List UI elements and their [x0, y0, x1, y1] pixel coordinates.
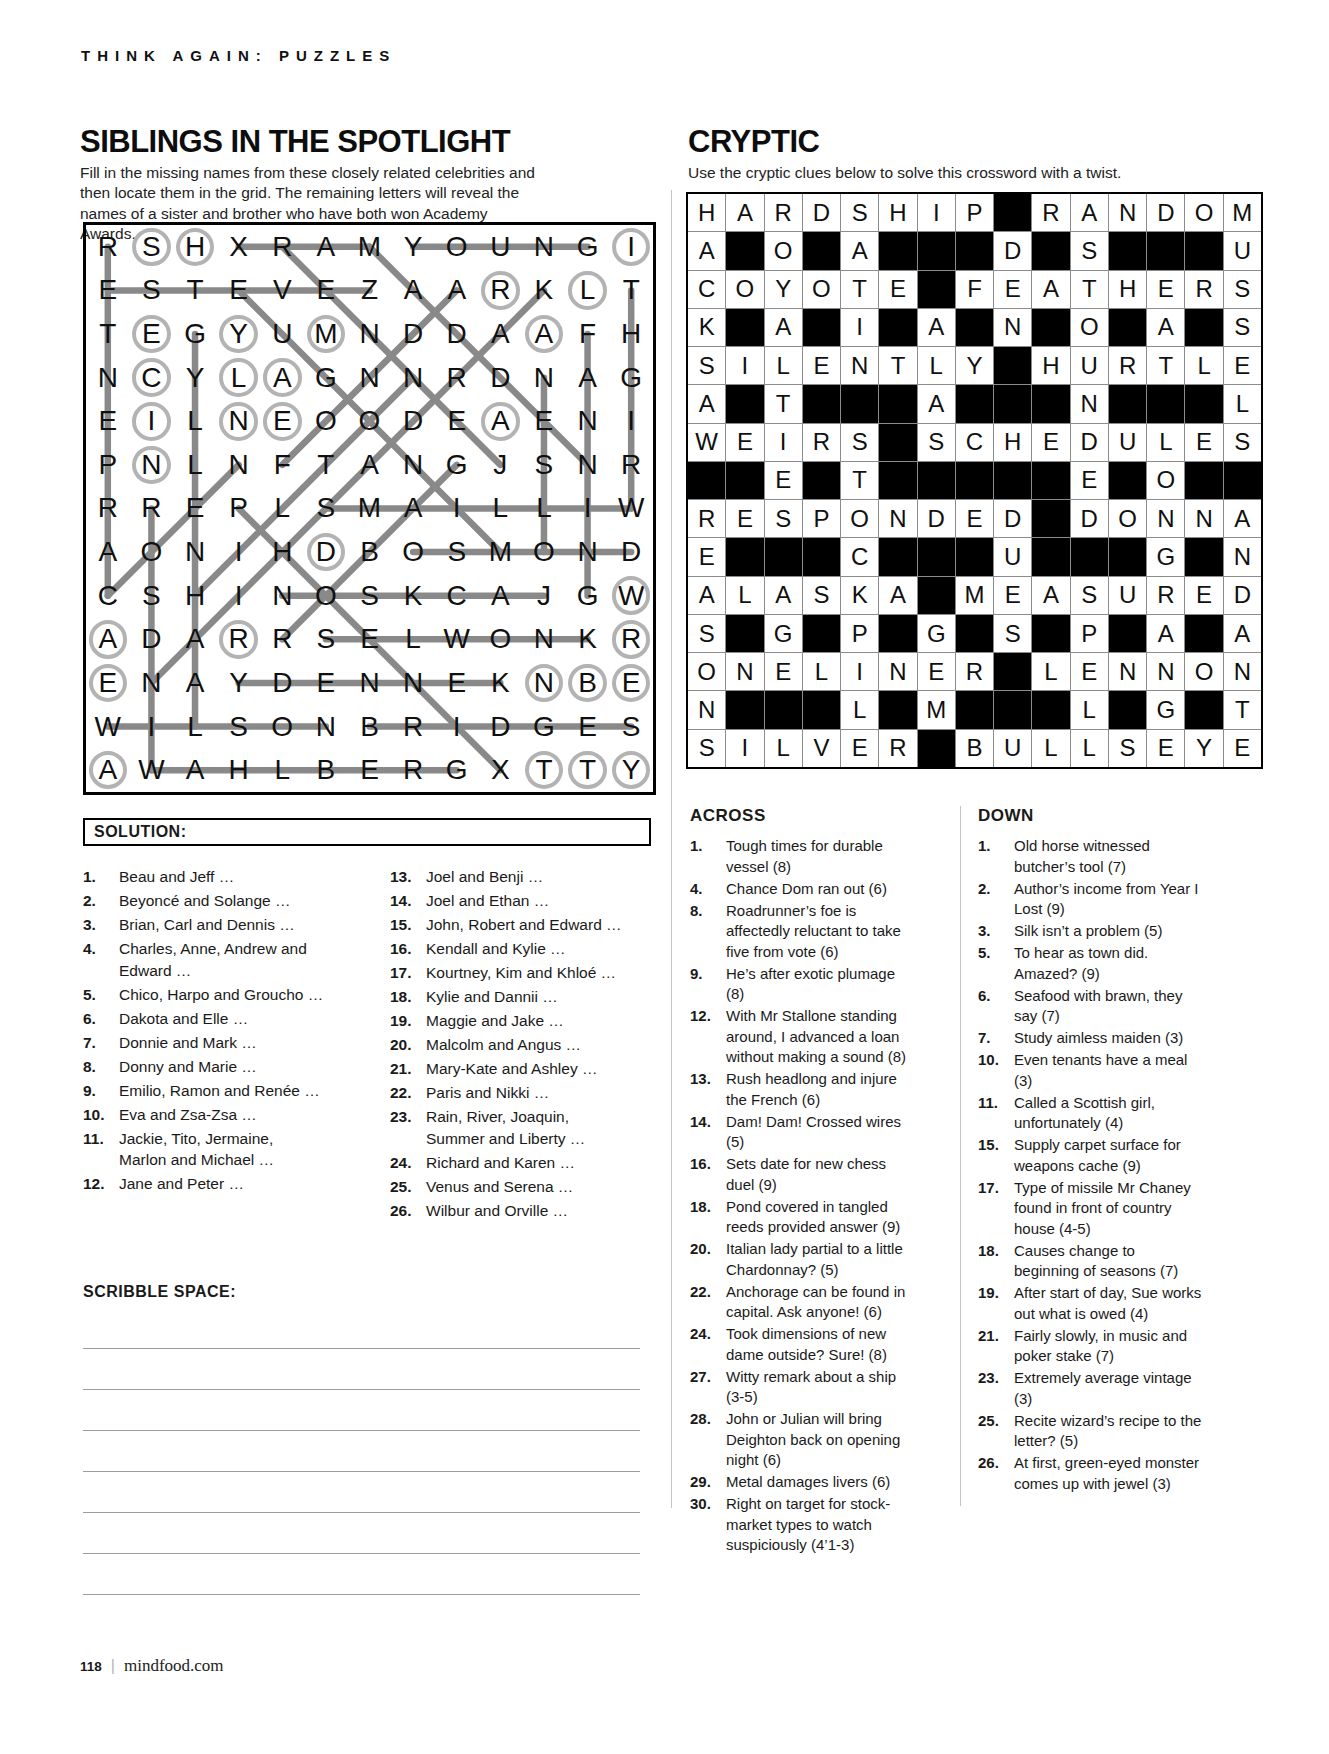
- clue-number: 2.: [978, 879, 1014, 920]
- crossword-letter-cell: A: [841, 232, 878, 269]
- page-footer: 118 | mindfood.com: [80, 1656, 224, 1676]
- wordsearch-cell: I: [435, 487, 479, 531]
- clue-text: Kourtney, Kim and Khloé …: [426, 962, 616, 984]
- crossword-black-cell: [803, 615, 840, 652]
- wordsearch-cell: I: [217, 530, 261, 574]
- crossword-letter-cell: O: [688, 653, 725, 690]
- crossword-letter-cell: E: [803, 347, 840, 384]
- wordsearch-cell: O: [522, 530, 566, 574]
- crossword-letter-cell: R: [956, 653, 993, 690]
- crossword-black-cell: [803, 462, 840, 499]
- clue-number: 5.: [83, 984, 119, 1006]
- crossword-letter-cell: I: [726, 730, 763, 767]
- clue-item: 1.Beau and Jeff …: [83, 866, 383, 888]
- clue-text: After start of day, Sue works out what i…: [1014, 1283, 1204, 1324]
- wordsearch-cell-circled: Y: [609, 748, 653, 792]
- crossword-letter-cell: T: [765, 385, 802, 422]
- clue-item: 11.Called a Scottish girl, unfortunately…: [978, 1093, 1223, 1134]
- column-divider: [671, 190, 672, 1508]
- wordsearch-cell: C: [86, 574, 130, 618]
- crossword-letter-cell: L: [765, 347, 802, 384]
- crossword-black-cell: [956, 462, 993, 499]
- clue-number: 6.: [83, 1008, 119, 1030]
- wordsearch-cell: G: [304, 356, 348, 400]
- clue-text: Anchorage can be found in capital. Ask a…: [726, 1282, 916, 1323]
- clue-text: Seafood with brawn, they say (7): [1014, 986, 1204, 1027]
- wordsearch-cell: N: [260, 574, 304, 618]
- crossword-letter-cell: R: [879, 730, 916, 767]
- clue-text: Type of missile Mr Chaney found in front…: [1014, 1178, 1204, 1240]
- crossword-letter-cell: E: [879, 271, 916, 308]
- wordsearch-cell: L: [260, 487, 304, 531]
- wordsearch-cell: H: [173, 574, 217, 618]
- clue-item: 14.Joel and Ethan …: [390, 890, 652, 912]
- crossword-letter-cell: G: [1147, 538, 1184, 575]
- clue-item: 18.Causes change to beginning of seasons…: [978, 1241, 1223, 1282]
- wordsearch-cell: O: [130, 530, 174, 574]
- clue-item: 2.Beyoncé and Solange …: [83, 890, 383, 912]
- crossword-black-cell: [1109, 385, 1146, 422]
- clue-text: Donnie and Mark …: [119, 1032, 257, 1054]
- wordsearch-cell: N: [391, 443, 435, 487]
- solution-box: SOLUTION:: [83, 818, 651, 846]
- crossword-letter-cell: G: [918, 615, 955, 652]
- crossword-letter-cell: R: [1147, 577, 1184, 614]
- clue-item: 3.Brian, Carl and Dennis …: [83, 914, 383, 936]
- crossword-black-cell: [879, 691, 916, 728]
- clue-number: 25.: [978, 1411, 1014, 1452]
- wordsearch-cell: V: [260, 269, 304, 313]
- crossword-black-cell: [1032, 385, 1069, 422]
- clue-text: Pond covered in tangled reeds provided a…: [726, 1197, 916, 1238]
- crossword-black-cell: [1185, 615, 1222, 652]
- wordsearch-cell: X: [479, 748, 523, 792]
- crossword-letter-cell: N: [994, 309, 1031, 346]
- wordsearch-cell: S: [348, 574, 392, 618]
- crossword-black-cell: [879, 424, 916, 461]
- clue-number: 4.: [83, 938, 119, 981]
- crossword-board: HARDSHIPRANDOMAOADSUCOYOTEFEATHERSKAIANO…: [686, 192, 1263, 769]
- wordsearch-cell: N: [217, 443, 261, 487]
- wordsearch-cell: N: [130, 661, 174, 705]
- across-clue-list: 1.Tough times for durable vessel (8)4.Ch…: [690, 836, 940, 1557]
- crossword-letter-cell: F: [956, 271, 993, 308]
- clue-item: 13.Joel and Benji …: [390, 866, 652, 888]
- crossword-letter-cell: A: [918, 385, 955, 422]
- crossword-black-cell: [803, 385, 840, 422]
- clue-text: Beyoncé and Solange …: [119, 890, 290, 912]
- wordsearch-cell: N: [522, 225, 566, 269]
- clue-number: 1.: [978, 836, 1014, 877]
- wordsearch-cell-circled: A: [479, 399, 523, 443]
- scribble-space-label: SCRIBBLE SPACE:: [83, 1283, 236, 1301]
- wordsearch-cell: A: [173, 661, 217, 705]
- wordsearch-cell: E: [566, 705, 610, 749]
- clue-number: 13.: [390, 866, 426, 888]
- crossword-black-cell: [688, 462, 725, 499]
- wordsearch-cell: P: [86, 443, 130, 487]
- wordsearch-cell: O: [479, 618, 523, 662]
- clue-text: Charles, Anne, Andrew and Edward …: [119, 938, 324, 981]
- crossword-letter-cell: S: [1224, 424, 1261, 461]
- wordsearch-cell-circled: R: [217, 618, 261, 662]
- crossword-letter-cell: A: [1071, 194, 1108, 231]
- wordsearch-clues-column-2: 13.Joel and Benji …14.Joel and Ethan …15…: [390, 866, 652, 1224]
- wordsearch-cell: N: [522, 618, 566, 662]
- crossword-letter-cell: C: [841, 538, 878, 575]
- clue-text: Extremely average vintage (3): [1014, 1368, 1204, 1409]
- clue-text: Italian lady partial to a little Chardon…: [726, 1239, 916, 1280]
- clue-item: 7.Study aimless maiden (3): [978, 1028, 1223, 1049]
- crossword-black-cell: [765, 538, 802, 575]
- scribble-line: [83, 1512, 640, 1513]
- wordsearch-cell-circled: W: [609, 574, 653, 618]
- wordsearch-cell: R: [86, 487, 130, 531]
- crossword-letter-cell: A: [1032, 271, 1069, 308]
- crossword-black-cell: [841, 385, 878, 422]
- crossword-letter-cell: N: [1185, 500, 1222, 537]
- crossword-black-cell: [1185, 691, 1222, 728]
- clue-text: Called a Scottish girl, unfortunately (4…: [1014, 1093, 1204, 1134]
- crossword-letter-cell: H: [688, 194, 725, 231]
- wordsearch-cell: I: [435, 705, 479, 749]
- crossword-black-cell: [1109, 691, 1146, 728]
- clue-number: 16.: [690, 1154, 726, 1195]
- wordsearch-cell: P: [217, 487, 261, 531]
- clue-item: 17.Kourtney, Kim and Khloé …: [390, 962, 652, 984]
- clue-number: 10.: [978, 1050, 1014, 1091]
- clue-item: 30.Right on target for stock-market type…: [690, 1494, 940, 1556]
- wordsearch-cell: X: [217, 225, 261, 269]
- wordsearch-board: RSHXRAMYOUNGIESTEVEZAARKLTTEGYUMNDDAAFHN…: [83, 222, 656, 795]
- crossword-letter-cell: E: [1147, 271, 1184, 308]
- scribble-line: [83, 1389, 640, 1390]
- clue-item: 10.Even tenants have a meal (3): [978, 1050, 1223, 1091]
- crossword-letter-cell: U: [994, 538, 1031, 575]
- crossword-letter-cell: S: [841, 194, 878, 231]
- wordsearch-cell: J: [522, 574, 566, 618]
- wordsearch-cell: D: [479, 356, 523, 400]
- clue-number: 11.: [83, 1128, 119, 1171]
- crossword-letter-cell: L: [1147, 424, 1184, 461]
- crossword-letter-cell: N: [1109, 653, 1146, 690]
- clue-item: 6.Dakota and Elle …: [83, 1008, 383, 1030]
- clue-item: 17.Type of missile Mr Chaney found in fr…: [978, 1178, 1223, 1240]
- wordsearch-cell: N: [566, 530, 610, 574]
- clue-number: 28.: [690, 1409, 726, 1471]
- clue-item: 5.To hear as town did. Amazed? (9): [978, 943, 1223, 984]
- crossword-black-cell: [1032, 232, 1069, 269]
- crossword-letter-cell: A: [918, 309, 955, 346]
- clue-number: 5.: [978, 943, 1014, 984]
- crossword-letter-cell: S: [765, 500, 802, 537]
- clue-item: 8.Donny and Marie …: [83, 1056, 383, 1078]
- clue-text: Joel and Benji …: [426, 866, 543, 888]
- crossword-black-cell: [994, 385, 1031, 422]
- wordsearch-cell: E: [304, 661, 348, 705]
- clue-number: 29.: [690, 1472, 726, 1493]
- wordsearch-cell: M: [479, 530, 523, 574]
- clue-text: To hear as town did. Amazed? (9): [1014, 943, 1204, 984]
- clue-number: 9.: [690, 964, 726, 1005]
- clue-number: 26.: [390, 1200, 426, 1222]
- clue-item: 16.Kendall and Kylie …: [390, 938, 652, 960]
- crossword-black-cell: [1185, 462, 1222, 499]
- clue-text: Wilbur and Orville …: [426, 1200, 568, 1222]
- wordsearch-cell: E: [522, 399, 566, 443]
- clue-number: 25.: [390, 1176, 426, 1198]
- wordsearch-cell: N: [566, 399, 610, 443]
- wordsearch-cell: L: [173, 399, 217, 443]
- crossword-black-cell: [765, 691, 802, 728]
- crossword-black-cell: [994, 691, 1031, 728]
- crossword-letter-cell: L: [765, 730, 802, 767]
- clue-item: 12.Jane and Peter …: [83, 1173, 383, 1195]
- wordsearch-cell: E: [348, 748, 392, 792]
- clue-number: 12.: [690, 1006, 726, 1068]
- crossword-black-cell: [956, 615, 993, 652]
- clue-number: 23.: [978, 1368, 1014, 1409]
- crossword-letter-cell: D: [1224, 577, 1261, 614]
- wordsearch-cell: C: [435, 574, 479, 618]
- crossword-black-cell: [956, 691, 993, 728]
- clue-text: Witty remark about a ship (3-5): [726, 1367, 916, 1408]
- wordsearch-cell: T: [173, 269, 217, 313]
- crossword-letter-cell: Y: [1185, 730, 1222, 767]
- wordsearch-cell: E: [304, 269, 348, 313]
- wordsearch-cell: L: [522, 487, 566, 531]
- crossword-black-cell: [726, 615, 763, 652]
- crossword-letter-cell: E: [1032, 424, 1069, 461]
- wordsearch-cell: G: [173, 312, 217, 356]
- wordsearch-cell: N: [173, 530, 217, 574]
- crossword-letter-cell: H: [1032, 347, 1069, 384]
- wordsearch-cell: E: [173, 487, 217, 531]
- wordsearch-cell-circled: A: [260, 356, 304, 400]
- wordsearch-cell: N: [391, 661, 435, 705]
- crossword-letter-cell: D: [1071, 500, 1108, 537]
- crossword-black-cell: [994, 194, 1031, 231]
- wordsearch-cell-circled: H: [173, 225, 217, 269]
- wordsearch-cell: O: [304, 574, 348, 618]
- crossword-letter-cell: N: [841, 347, 878, 384]
- crossword-letter-cell: P: [956, 194, 993, 231]
- clue-number: 4.: [690, 879, 726, 900]
- wordsearch-cell-circled: M: [304, 312, 348, 356]
- crossword-black-cell: [1109, 538, 1146, 575]
- crossword-letter-cell: S: [688, 347, 725, 384]
- footer-divider: |: [111, 1657, 115, 1675]
- wordsearch-cell: B: [304, 748, 348, 792]
- crossword-letter-cell: A: [765, 577, 802, 614]
- crossword-letter-cell: I: [841, 653, 878, 690]
- wordsearch-cell: D: [609, 530, 653, 574]
- wordsearch-cell-circled: R: [609, 618, 653, 662]
- crossword-letter-cell: O: [1147, 462, 1184, 499]
- crossword-letter-cell: A: [765, 309, 802, 346]
- crossword-letter-cell: U: [1109, 577, 1146, 614]
- crossword-letter-cell: E: [1071, 653, 1108, 690]
- wordsearch-cell: A: [86, 530, 130, 574]
- crossword-letter-cell: N: [726, 653, 763, 690]
- clue-item: 25.Venus and Serena …: [390, 1176, 652, 1198]
- wordsearch-cell-circled: A: [522, 312, 566, 356]
- wordsearch-cell: D: [479, 705, 523, 749]
- clue-item: 26.At first, green-eyed monster comes up…: [978, 1453, 1223, 1494]
- wordsearch-cell-circled: B: [566, 661, 610, 705]
- clue-item: 20.Malcolm and Angus …: [390, 1034, 652, 1056]
- crossword-black-cell: [956, 538, 993, 575]
- crossword-letter-cell: U: [1224, 232, 1261, 269]
- crossword-black-cell: [918, 462, 955, 499]
- crossword-black-cell: [1032, 462, 1069, 499]
- crossword-letter-cell: D: [1071, 424, 1108, 461]
- crossword-title: CRYPTIC: [688, 124, 819, 160]
- wordsearch-grid: RSHXRAMYOUNGIESTEVEZAARKLTTEGYUMNDDAAFHN…: [86, 225, 653, 792]
- crossword-black-cell: [1185, 385, 1222, 422]
- page-kicker: THINK AGAIN: PUZZLES: [81, 47, 396, 64]
- clue-number: 24.: [690, 1324, 726, 1365]
- clue-item: 22.Paris and Nikki …: [390, 1082, 652, 1104]
- wordsearch-cell: U: [479, 225, 523, 269]
- wordsearch-cell: D: [435, 312, 479, 356]
- wordsearch-cell: O: [435, 225, 479, 269]
- crossword-letter-cell: A: [1147, 615, 1184, 652]
- crossword-letter-cell: L: [1224, 385, 1261, 422]
- wordsearch-cell: N: [348, 356, 392, 400]
- wordsearch-cell: A: [348, 443, 392, 487]
- wordsearch-cell: A: [479, 312, 523, 356]
- wordsearch-cell: H: [217, 748, 261, 792]
- wordsearch-cell: L: [479, 487, 523, 531]
- crossword-black-cell: [1109, 232, 1146, 269]
- wordsearch-cell: E: [86, 399, 130, 443]
- clue-text: Brian, Carl and Dennis …: [119, 914, 295, 936]
- clue-text: Author’s income from Year I Lost (9): [1014, 879, 1204, 920]
- crossword-letter-cell: N: [1109, 194, 1146, 231]
- clue-text: Malcolm and Angus …: [426, 1034, 581, 1056]
- crossword-letter-cell: T: [879, 347, 916, 384]
- crossword-letter-cell: Y: [956, 347, 993, 384]
- clue-text: Maggie and Jake …: [426, 1010, 564, 1032]
- crossword-letter-cell: N: [688, 691, 725, 728]
- crossword-black-cell: [879, 309, 916, 346]
- clue-item: 19.Maggie and Jake …: [390, 1010, 652, 1032]
- page-number: 118: [80, 1659, 102, 1674]
- crossword-black-cell: [1071, 538, 1108, 575]
- clue-number: 14.: [690, 1112, 726, 1153]
- clue-number: 21.: [978, 1326, 1014, 1367]
- crossword-black-cell: [956, 232, 993, 269]
- clue-item: 3.Silk isn’t a problem (5): [978, 921, 1223, 942]
- crossword-black-cell: [956, 385, 993, 422]
- crossword-letter-cell: S: [688, 615, 725, 652]
- scribble-line: [83, 1553, 640, 1554]
- wordsearch-cell: I: [609, 399, 653, 443]
- crossword-letter-cell: D: [994, 500, 1031, 537]
- clue-text: Tough times for durable vessel (8): [726, 836, 916, 877]
- crossword-letter-cell: L: [918, 347, 955, 384]
- clue-number: 1.: [83, 866, 119, 888]
- clue-item: 4.Chance Dom ran out (6): [690, 879, 940, 900]
- crossword-letter-cell: K: [841, 577, 878, 614]
- crossword-letter-cell: O: [726, 271, 763, 308]
- wordsearch-cell: R: [130, 487, 174, 531]
- clue-item: 12.With Mr Stallone standing around, I a…: [690, 1006, 940, 1068]
- crossword-letter-cell: T: [1224, 691, 1261, 728]
- wordsearch-cell-circled: A: [86, 618, 130, 662]
- wordsearch-cell: G: [566, 574, 610, 618]
- crossword-letter-cell: L: [1071, 691, 1108, 728]
- clue-number: 9.: [83, 1080, 119, 1102]
- crossword-letter-cell: V: [803, 730, 840, 767]
- clue-text: He’s after exotic plumage (8): [726, 964, 916, 1005]
- crossword-letter-cell: C: [956, 424, 993, 461]
- wordsearch-cell-circled: I: [130, 399, 174, 443]
- crossword-letter-cell: L: [1185, 347, 1222, 384]
- clue-item: 19.After start of day, Sue works out wha…: [978, 1283, 1223, 1324]
- wordsearch-cell: N: [348, 661, 392, 705]
- clue-item: 15.Supply carpet surface for weapons cac…: [978, 1135, 1223, 1176]
- crossword-letter-cell: M: [956, 577, 993, 614]
- crossword-letter-cell: K: [688, 309, 725, 346]
- wordsearch-cell-circled: L: [217, 356, 261, 400]
- wordsearch-cell: F: [260, 443, 304, 487]
- clue-text: Joel and Ethan …: [426, 890, 549, 912]
- crossword-letter-cell: S: [918, 424, 955, 461]
- crossword-black-cell: [1109, 615, 1146, 652]
- clue-text: Study aimless maiden (3): [1014, 1028, 1183, 1049]
- wordsearch-cell: Y: [217, 661, 261, 705]
- clue-text: Paris and Nikki …: [426, 1082, 549, 1104]
- clue-text: Donny and Marie …: [119, 1056, 257, 1078]
- wordsearch-cell-circled: C: [130, 356, 174, 400]
- clue-text: Even tenants have a meal (3): [1014, 1050, 1204, 1091]
- wordsearch-cell: S: [217, 705, 261, 749]
- crossword-black-cell: [879, 615, 916, 652]
- wordsearch-cell: G: [522, 705, 566, 749]
- clue-item: 22.Anchorage can be found in capital. As…: [690, 1282, 940, 1323]
- crossword-letter-cell: I: [765, 424, 802, 461]
- clue-number: 15.: [390, 914, 426, 936]
- crossword-letter-cell: S: [1109, 730, 1146, 767]
- crossword-letter-cell: E: [1147, 730, 1184, 767]
- crossword-letter-cell: D: [918, 500, 955, 537]
- crossword-letter-cell: M: [1224, 194, 1261, 231]
- clue-column-divider: [960, 806, 961, 1506]
- wordsearch-cell-circled: T: [522, 748, 566, 792]
- wordsearch-cell: Z: [348, 269, 392, 313]
- clue-text: Eva and Zsa-Zsa …: [119, 1104, 257, 1126]
- clue-text: Roadrunner’s foe is affectedly reluctant…: [726, 901, 916, 963]
- clue-text: Mary-Kate and Ashley …: [426, 1058, 597, 1080]
- crossword-black-cell: [1224, 462, 1261, 499]
- crossword-black-cell: [726, 385, 763, 422]
- clue-number: 19.: [978, 1283, 1014, 1324]
- crossword-letter-cell: E: [726, 424, 763, 461]
- clue-number: 19.: [390, 1010, 426, 1032]
- clue-text: Beau and Jeff …: [119, 866, 234, 888]
- clue-number: 16.: [390, 938, 426, 960]
- wordsearch-cell: W: [435, 618, 479, 662]
- clue-number: 12.: [83, 1173, 119, 1195]
- crossword-letter-cell: N: [1071, 385, 1108, 422]
- crossword-black-cell: [1147, 232, 1184, 269]
- wordsearch-cell: O: [260, 705, 304, 749]
- clue-number: 23.: [390, 1106, 426, 1149]
- crossword-letter-cell: E: [956, 500, 993, 537]
- clue-item: 23.Extremely average vintage (3): [978, 1368, 1223, 1409]
